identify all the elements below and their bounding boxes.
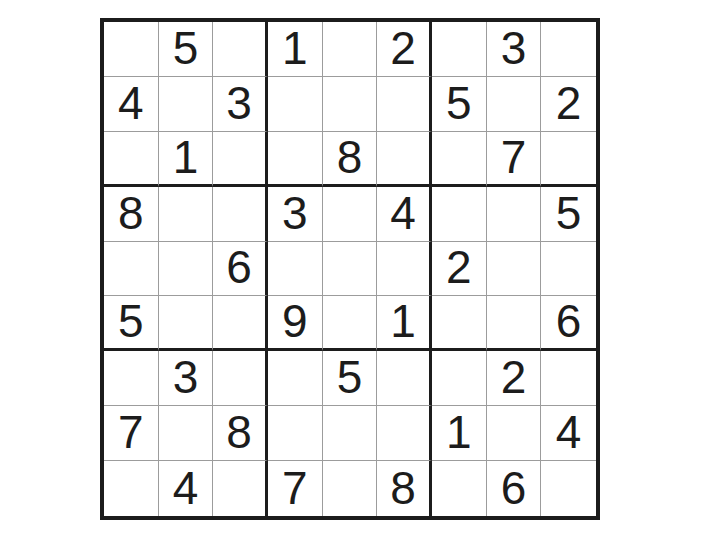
cell-r2c2[interactable] [159, 77, 214, 132]
cell-r5c8[interactable] [487, 242, 542, 297]
cell-r6c3[interactable] [213, 296, 268, 351]
sudoku-board: 51234352187834562591635278144786 [100, 18, 600, 520]
given-digit: 3 [173, 354, 199, 400]
given-digit: 2 [556, 80, 582, 126]
cell-r2c6[interactable] [377, 77, 432, 132]
cell-r6c4[interactable]: 9 [268, 296, 323, 351]
given-digit: 5 [446, 80, 472, 126]
cell-r2c4[interactable] [268, 77, 323, 132]
cell-r6c7[interactable] [432, 296, 487, 351]
given-digit: 9 [282, 298, 308, 344]
cell-r1c2[interactable]: 5 [159, 22, 214, 77]
given-digit: 2 [501, 354, 527, 400]
cell-r9c3[interactable] [213, 461, 268, 516]
cell-r1c5[interactable] [323, 22, 378, 77]
cell-r7c4[interactable] [268, 351, 323, 406]
cell-r3c9[interactable] [541, 132, 596, 187]
cell-r5c9[interactable] [541, 242, 596, 297]
cell-r8c5[interactable] [323, 406, 378, 461]
cell-r5c3[interactable]: 6 [213, 242, 268, 297]
cell-r9c7[interactable] [432, 461, 487, 516]
cell-r1c9[interactable] [541, 22, 596, 77]
cell-r1c6[interactable]: 2 [377, 22, 432, 77]
cell-r3c3[interactable] [213, 132, 268, 187]
cell-r6c1[interactable]: 5 [104, 296, 159, 351]
cell-r2c8[interactable] [487, 77, 542, 132]
given-digit: 8 [118, 190, 144, 236]
cell-r8c7[interactable]: 1 [432, 406, 487, 461]
cell-r7c8[interactable]: 2 [487, 351, 542, 406]
given-digit: 6 [556, 298, 582, 344]
cell-r3c4[interactable] [268, 132, 323, 187]
given-digit: 2 [446, 244, 472, 290]
cell-r5c7[interactable]: 2 [432, 242, 487, 297]
cell-r5c4[interactable] [268, 242, 323, 297]
cell-r6c8[interactable] [487, 296, 542, 351]
cell-r4c9[interactable]: 5 [541, 187, 596, 242]
cell-r4c7[interactable] [432, 187, 487, 242]
given-digit: 5 [173, 25, 199, 71]
cell-r6c5[interactable] [323, 296, 378, 351]
given-digit: 3 [226, 80, 252, 126]
given-digit: 8 [226, 409, 252, 455]
cell-r9c1[interactable] [104, 461, 159, 516]
given-digit: 2 [390, 25, 416, 71]
given-digit: 5 [337, 354, 363, 400]
cell-r9c8[interactable]: 6 [487, 461, 542, 516]
given-digit: 3 [282, 190, 308, 236]
cell-r3c5[interactable]: 8 [323, 132, 378, 187]
cell-r1c1[interactable] [104, 22, 159, 77]
cell-r5c5[interactable] [323, 242, 378, 297]
cell-r5c2[interactable] [159, 242, 214, 297]
given-digit: 1 [446, 409, 472, 455]
cell-r2c7[interactable]: 5 [432, 77, 487, 132]
cell-r9c6[interactable]: 8 [377, 461, 432, 516]
cell-r1c8[interactable]: 3 [487, 22, 542, 77]
cell-r3c6[interactable] [377, 132, 432, 187]
cell-r1c3[interactable] [213, 22, 268, 77]
given-digit: 4 [390, 190, 416, 236]
given-digit: 3 [501, 25, 527, 71]
cell-r8c8[interactable] [487, 406, 542, 461]
cell-r9c2[interactable]: 4 [159, 461, 214, 516]
given-digit: 1 [173, 134, 199, 180]
cell-r6c2[interactable] [159, 296, 214, 351]
cell-r8c1[interactable]: 7 [104, 406, 159, 461]
cell-r4c4[interactable]: 3 [268, 187, 323, 242]
cell-r1c4[interactable]: 1 [268, 22, 323, 77]
given-digit: 1 [390, 298, 416, 344]
given-digit: 7 [282, 465, 308, 511]
cell-r9c5[interactable] [323, 461, 378, 516]
cell-r8c6[interactable] [377, 406, 432, 461]
cell-r2c3[interactable]: 3 [213, 77, 268, 132]
given-digit: 5 [556, 190, 582, 236]
cell-r6c9[interactable]: 6 [541, 296, 596, 351]
cell-r6c6[interactable]: 1 [377, 296, 432, 351]
given-digit: 6 [226, 244, 252, 290]
cell-r5c1[interactable] [104, 242, 159, 297]
cell-r8c4[interactable] [268, 406, 323, 461]
given-digit: 7 [501, 134, 527, 180]
given-digit: 4 [118, 80, 144, 126]
cell-r8c3[interactable]: 8 [213, 406, 268, 461]
cell-r9c9[interactable] [541, 461, 596, 516]
cell-r7c1[interactable] [104, 351, 159, 406]
cell-r9c4[interactable]: 7 [268, 461, 323, 516]
cell-r1c7[interactable] [432, 22, 487, 77]
cell-r2c1[interactable]: 4 [104, 77, 159, 132]
cell-r5c6[interactable] [377, 242, 432, 297]
given-digit: 1 [282, 25, 308, 71]
cell-r4c5[interactable] [323, 187, 378, 242]
cell-r4c6[interactable]: 4 [377, 187, 432, 242]
cell-r7c2[interactable]: 3 [159, 351, 214, 406]
cell-r7c9[interactable] [541, 351, 596, 406]
cell-r8c9[interactable]: 4 [541, 406, 596, 461]
cell-r2c5[interactable] [323, 77, 378, 132]
cell-r4c8[interactable] [487, 187, 542, 242]
cell-r7c7[interactable] [432, 351, 487, 406]
cell-r4c3[interactable] [213, 187, 268, 242]
cell-r3c1[interactable] [104, 132, 159, 187]
cell-r3c8[interactable]: 7 [487, 132, 542, 187]
given-digit: 8 [390, 465, 416, 511]
cell-r4c1[interactable]: 8 [104, 187, 159, 242]
given-digit: 4 [173, 465, 199, 511]
cell-r2c9[interactable]: 2 [541, 77, 596, 132]
given-digit: 6 [501, 465, 527, 511]
cell-r3c7[interactable] [432, 132, 487, 187]
cell-r7c5[interactable]: 5 [323, 351, 378, 406]
cell-r3c2[interactable]: 1 [159, 132, 214, 187]
given-digit: 7 [118, 409, 144, 455]
cell-r8c2[interactable] [159, 406, 214, 461]
given-digit: 4 [556, 409, 582, 455]
cell-r7c3[interactable] [213, 351, 268, 406]
given-digit: 8 [337, 134, 363, 180]
given-digit: 5 [118, 298, 144, 344]
cell-r7c6[interactable] [377, 351, 432, 406]
cell-r4c2[interactable] [159, 187, 214, 242]
